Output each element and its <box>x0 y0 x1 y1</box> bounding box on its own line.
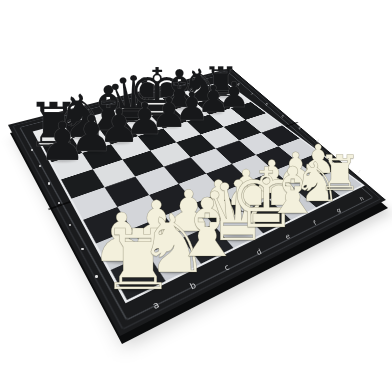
piece-white-rook-h1[interactable]: ♜ <box>318 149 361 197</box>
product-photo: abcdefgh12345678 ♜♞♝♛♚♝♞♜♟♟♟♟♟♟♟♟♟♟♟♟♟♟♟… <box>0 0 392 392</box>
piece-black-pawn-h7[interactable]: ♟ <box>218 77 250 112</box>
